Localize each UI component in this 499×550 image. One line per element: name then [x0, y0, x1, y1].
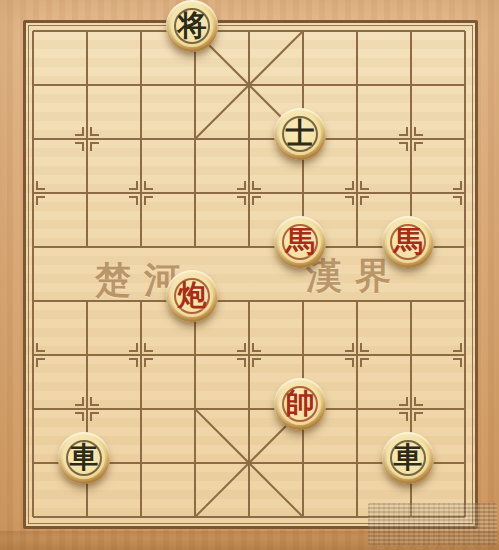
piece-character: 車 — [382, 432, 434, 484]
xiangqi-board: 楚河 漢界 将士馬馬炮帥車車 — [0, 0, 499, 550]
piece-black-chariot[interactable]: 車 — [382, 432, 434, 484]
piece-character: 馬 — [274, 216, 326, 268]
piece-red-horse[interactable]: 馬 — [274, 216, 326, 268]
piece-black-advisor[interactable]: 士 — [274, 108, 326, 160]
piece-red-horse[interactable]: 馬 — [382, 216, 434, 268]
piece-character: 帥 — [274, 378, 326, 430]
piece-character: 士 — [274, 108, 326, 160]
piece-black-general[interactable]: 将 — [166, 0, 218, 52]
piece-character: 炮 — [166, 270, 218, 322]
piece-black-chariot[interactable]: 車 — [58, 432, 110, 484]
piece-character: 将 — [166, 0, 218, 52]
board-bottom-edge — [0, 531, 499, 550]
piece-character: 車 — [58, 432, 110, 484]
piece-character: 馬 — [382, 216, 434, 268]
piece-red-general[interactable]: 帥 — [274, 378, 326, 430]
piece-red-cannon[interactable]: 炮 — [166, 270, 218, 322]
